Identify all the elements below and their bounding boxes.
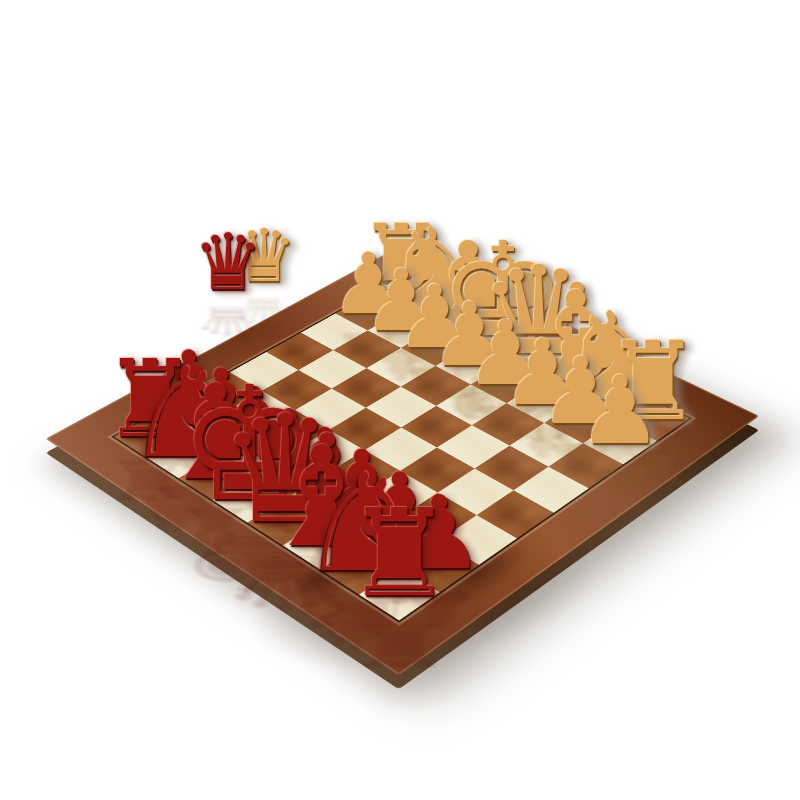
piece-boxwood-queen: ♛ [231,219,296,292]
chess-set-photo: ♜♜♟♟♟♟♜♜♞♞♟♟♟♟♞♞♝♝♟♟♟♟♝♝♚♚♟♟♟♟♚♚♛♛♟♟♟♟♛♛… [0,0,800,800]
piece-red-queen: ♛ [193,223,263,301]
